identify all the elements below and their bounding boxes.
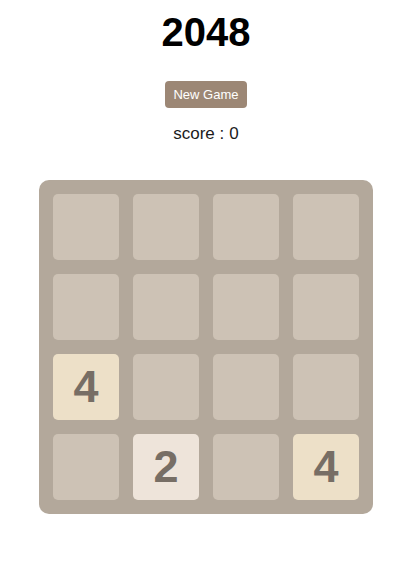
score-display: score :0 (0, 124, 412, 144)
page-title: 2048 (0, 0, 412, 55)
empty-cell (293, 274, 359, 340)
empty-cell (133, 274, 199, 340)
score-label: score : (173, 124, 224, 143)
score-value: 0 (229, 124, 238, 143)
page: 2048 New Game score :0 424 (0, 0, 412, 566)
empty-cell (213, 354, 279, 420)
empty-cell (53, 274, 119, 340)
empty-cell (133, 194, 199, 260)
empty-cell (53, 434, 119, 500)
empty-cell (293, 354, 359, 420)
empty-cell (53, 194, 119, 260)
empty-cell (213, 434, 279, 500)
empty-cell (213, 194, 279, 260)
game-board[interactable]: 424 (39, 180, 373, 514)
tile-4: 4 (53, 354, 119, 420)
button-row: New Game (0, 81, 412, 108)
tile-2: 2 (133, 434, 199, 500)
new-game-button[interactable]: New Game (165, 81, 246, 108)
empty-cell (293, 194, 359, 260)
empty-cell (213, 274, 279, 340)
tile-4: 4 (293, 434, 359, 500)
empty-cell (133, 354, 199, 420)
